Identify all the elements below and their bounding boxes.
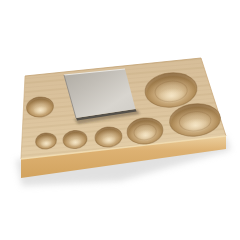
- product-photo-canvas: [0, 0, 240, 240]
- pit-board-photo: [0, 0, 240, 240]
